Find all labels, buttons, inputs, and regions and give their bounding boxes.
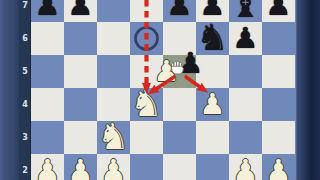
piece-white-knight-c3[interactable]: ♞ (97, 119, 129, 155)
square-h6[interactable] (262, 22, 295, 55)
square-c5[interactable] (97, 55, 130, 88)
square-a3[interactable] (31, 121, 64, 154)
square-f3[interactable] (196, 121, 229, 154)
board-border-right (295, 0, 320, 180)
piece-black-pawn-e7[interactable]: ♟ (167, 0, 193, 20)
rank-label-7: 7 (19, 0, 31, 22)
piece-black-pawn-h7[interactable]: ♟ (266, 0, 292, 20)
rank-label-2: 2 (19, 154, 31, 180)
square-a2[interactable]: ♟ (31, 154, 64, 180)
piece-white-knight-d4[interactable]: ♞ (130, 86, 162, 122)
piece-black-pawn-a7[interactable]: ♟ (35, 0, 61, 20)
square-b4[interactable] (64, 88, 97, 121)
chess-board-app: 765432 ♟♟♟♟♝♟♞♟♟♟♞♟♞♟♟♟♟♟ (0, 0, 320, 180)
piece-white-pawn-f4[interactable]: ♟ (200, 90, 226, 119)
square-e4[interactable] (163, 88, 196, 121)
square-f2[interactable] (196, 154, 229, 180)
square-h5[interactable] (262, 55, 295, 88)
square-e3[interactable] (163, 121, 196, 154)
square-g5[interactable] (229, 55, 262, 88)
piece-white-pawn-b2[interactable]: ♟ (68, 156, 94, 180)
rank-label-5: 5 (19, 55, 31, 88)
square-h2[interactable]: ♟ (262, 154, 295, 180)
square-d7[interactable] (130, 0, 163, 22)
square-e5[interactable]: ♟♟ (163, 55, 196, 88)
piece-black-pawn-g6[interactable]: ♟ (233, 24, 259, 53)
square-b2[interactable]: ♟ (64, 154, 97, 180)
square-e7[interactable]: ♟ (163, 0, 196, 22)
rank-label-3: 3 (19, 121, 31, 154)
square-d6[interactable] (130, 22, 163, 55)
piece-black-pawn-e5[interactable]: ♟ (178, 49, 204, 78)
rank-label-4: 4 (19, 88, 31, 121)
square-d2[interactable] (130, 154, 163, 180)
piece-black-pawn-b7[interactable]: ♟ (68, 0, 94, 20)
square-f4[interactable]: ♟ (196, 88, 229, 121)
square-c2[interactable]: ♟ (97, 154, 130, 180)
square-b3[interactable] (64, 121, 97, 154)
square-b5[interactable] (64, 55, 97, 88)
piece-white-pawn-g2[interactable]: ♟ (233, 156, 259, 180)
square-g7[interactable]: ♝ (229, 0, 262, 22)
square-c6[interactable] (97, 22, 130, 55)
square-g3[interactable] (229, 121, 262, 154)
square-g6[interactable]: ♟ (229, 22, 262, 55)
square-a5[interactable] (31, 55, 64, 88)
board-border-left (0, 0, 19, 180)
square-b6[interactable] (64, 22, 97, 55)
square-a4[interactable] (31, 88, 64, 121)
piece-black-bishop-g7[interactable]: ♝ (231, 0, 261, 22)
square-h7[interactable]: ♟ (262, 0, 295, 22)
square-a6[interactable] (31, 22, 64, 55)
piece-white-pawn-e5[interactable]: ♟ (154, 57, 180, 86)
square-g2[interactable]: ♟ (229, 154, 262, 180)
piece-white-pawn-a2[interactable]: ♟ (35, 156, 61, 180)
rank-label-strip: 765432 (19, 0, 31, 180)
chess-board[interactable]: ♟♟♟♟♝♟♞♟♟♟♞♟♞♟♟♟♟♟ (31, 0, 295, 180)
square-e2[interactable] (163, 154, 196, 180)
piece-white-pawn-h2[interactable]: ♟ (266, 156, 292, 180)
square-a7[interactable]: ♟ (31, 0, 64, 22)
square-h3[interactable] (262, 121, 295, 154)
square-d4[interactable]: ♞ (130, 88, 163, 121)
square-c3[interactable]: ♞ (97, 121, 130, 154)
square-c7[interactable] (97, 0, 130, 22)
rank-label-6: 6 (19, 22, 31, 55)
square-g4[interactable] (229, 88, 262, 121)
piece-white-pawn-c2[interactable]: ♟ (101, 156, 127, 180)
square-d3[interactable] (130, 121, 163, 154)
square-h4[interactable] (262, 88, 295, 121)
square-b7[interactable]: ♟ (64, 0, 97, 22)
